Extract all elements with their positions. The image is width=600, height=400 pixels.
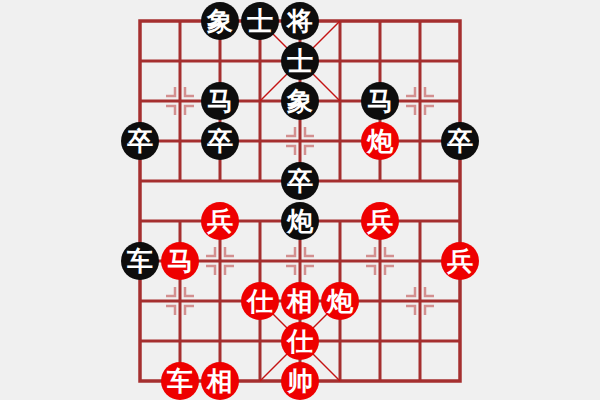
- point-c5-r0[interactable]: [320, 1, 360, 41]
- point-c2-r4[interactable]: [200, 161, 240, 201]
- point-c7-r5[interactable]: [400, 201, 440, 241]
- point-c3-r2[interactable]: [240, 81, 280, 121]
- point-c5-r9[interactable]: [320, 361, 360, 400]
- piece-red-general[interactable]: 帅: [281, 362, 319, 400]
- point-c2-r6[interactable]: [200, 241, 240, 281]
- piece-black-elephant[interactable]: 象: [281, 82, 319, 120]
- point-c6-r6[interactable]: [360, 241, 400, 281]
- point-c5-r1[interactable]: [320, 41, 360, 81]
- point-c7-r9[interactable]: [400, 361, 440, 400]
- point-c1-r5[interactable]: [160, 201, 200, 241]
- point-c0-r2[interactable]: [120, 81, 160, 121]
- point-c7-r8[interactable]: [400, 321, 440, 361]
- point-c4-r3[interactable]: [280, 121, 320, 161]
- point-c3-r8[interactable]: [240, 321, 280, 361]
- piece-black-advisor[interactable]: 士: [281, 42, 319, 80]
- point-c5-r8[interactable]: [320, 321, 360, 361]
- point-c7-r7[interactable]: [400, 281, 440, 321]
- point-c0-r8[interactable]: [120, 321, 160, 361]
- point-c0-r0[interactable]: [120, 1, 160, 41]
- point-c8-r4[interactable]: [440, 161, 480, 201]
- piece-red-advisor[interactable]: 仕: [281, 322, 319, 360]
- xiangqi-app: { "game": "xiangqi", "position": { "fen"…: [0, 0, 600, 400]
- point-c8-r1[interactable]: [440, 41, 480, 81]
- point-c8-r0[interactable]: [440, 1, 480, 41]
- point-c3-r3[interactable]: [240, 121, 280, 161]
- point-c1-r3[interactable]: [160, 121, 200, 161]
- point-c2-r7[interactable]: [200, 281, 240, 321]
- piece-red-soldier[interactable]: 兵: [361, 202, 399, 240]
- point-c2-r1[interactable]: [200, 41, 240, 81]
- point-c6-r7[interactable]: [360, 281, 400, 321]
- point-c1-r2[interactable]: [160, 81, 200, 121]
- piece-black-cannon[interactable]: 炮: [281, 202, 319, 240]
- point-c0-r7[interactable]: [120, 281, 160, 321]
- piece-red-elephant[interactable]: 相: [281, 282, 319, 320]
- piece-black-horse[interactable]: 马: [361, 82, 399, 120]
- point-c8-r5[interactable]: [440, 201, 480, 241]
- piece-black-soldier[interactable]: 卒: [281, 162, 319, 200]
- piece-red-soldier[interactable]: 兵: [201, 202, 239, 240]
- point-c6-r9[interactable]: [360, 361, 400, 400]
- point-c5-r4[interactable]: [320, 161, 360, 201]
- point-c5-r6[interactable]: [320, 241, 360, 281]
- point-c3-r5[interactable]: [240, 201, 280, 241]
- point-c6-r0[interactable]: [360, 1, 400, 41]
- point-c6-r8[interactable]: [360, 321, 400, 361]
- xiangqi-board: 象士将士马象马卒卒炮卒卒兵炮兵车马兵仕相炮仕车相帅: [120, 1, 480, 400]
- piece-red-horse[interactable]: 马: [161, 242, 199, 280]
- point-c2-r8[interactable]: [200, 321, 240, 361]
- point-c6-r1[interactable]: [360, 41, 400, 81]
- point-c3-r1[interactable]: [240, 41, 280, 81]
- piece-red-cannon[interactable]: 炮: [361, 122, 399, 160]
- point-c7-r6[interactable]: [400, 241, 440, 281]
- point-c1-r1[interactable]: [160, 41, 200, 81]
- piece-black-advisor[interactable]: 士: [241, 2, 279, 40]
- piece-black-soldier[interactable]: 卒: [441, 122, 479, 160]
- point-c8-r8[interactable]: [440, 321, 480, 361]
- piece-black-general[interactable]: 将: [281, 2, 319, 40]
- point-c1-r7[interactable]: [160, 281, 200, 321]
- point-c1-r4[interactable]: [160, 161, 200, 201]
- point-c4-r6[interactable]: [280, 241, 320, 281]
- point-c0-r5[interactable]: [120, 201, 160, 241]
- piece-red-cannon[interactable]: 炮: [321, 282, 359, 320]
- piece-black-elephant[interactable]: 象: [201, 2, 239, 40]
- point-c5-r3[interactable]: [320, 121, 360, 161]
- point-c6-r4[interactable]: [360, 161, 400, 201]
- point-c3-r9[interactable]: [240, 361, 280, 400]
- point-c8-r7[interactable]: [440, 281, 480, 321]
- piece-black-soldier[interactable]: 卒: [201, 122, 239, 160]
- point-c8-r9[interactable]: [440, 361, 480, 400]
- point-c7-r2[interactable]: [400, 81, 440, 121]
- point-c5-r2[interactable]: [320, 81, 360, 121]
- point-c7-r3[interactable]: [400, 121, 440, 161]
- piece-red-elephant[interactable]: 相: [201, 362, 239, 400]
- point-c5-r5[interactable]: [320, 201, 360, 241]
- piece-red-soldier[interactable]: 兵: [441, 242, 479, 280]
- piece-red-chariot[interactable]: 车: [161, 362, 199, 400]
- piece-black-horse[interactable]: 马: [201, 82, 239, 120]
- point-c0-r1[interactable]: [120, 41, 160, 81]
- point-c7-r0[interactable]: [400, 1, 440, 41]
- point-c1-r0[interactable]: [160, 1, 200, 41]
- xiangqi-board-grid[interactable]: 象士将士马象马卒卒炮卒卒兵炮兵车马兵仕相炮仕车相帅: [120, 1, 480, 400]
- point-c3-r4[interactable]: [240, 161, 280, 201]
- point-c3-r6[interactable]: [240, 241, 280, 281]
- point-c7-r1[interactable]: [400, 41, 440, 81]
- piece-red-advisor[interactable]: 仕: [241, 282, 279, 320]
- piece-black-soldier[interactable]: 卒: [121, 122, 159, 160]
- piece-black-chariot[interactable]: 车: [121, 242, 159, 280]
- point-c0-r4[interactable]: [120, 161, 160, 201]
- point-c0-r9[interactable]: [120, 361, 160, 400]
- point-c8-r2[interactable]: [440, 81, 480, 121]
- point-c7-r4[interactable]: [400, 161, 440, 201]
- point-c1-r8[interactable]: [160, 321, 200, 361]
